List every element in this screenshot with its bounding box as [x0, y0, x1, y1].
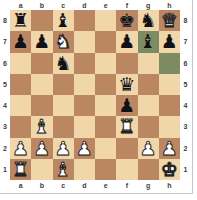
square-a7[interactable]: ♟ — [10, 31, 31, 52]
square-c1[interactable]: ♝ — [53, 159, 74, 180]
file-label-b: b — [31, 180, 52, 191]
square-f5[interactable]: ♛ — [116, 74, 137, 95]
piece-white-pawn[interactable]: ♟ — [76, 138, 93, 157]
square-d6[interactable] — [74, 53, 95, 74]
rank-label-4: 4 — [180, 95, 191, 116]
piece-white-rook[interactable]: ♜ — [12, 159, 29, 178]
file-label-h: h — [159, 0, 180, 10]
piece-white-pawn[interactable]: ♟ — [33, 138, 50, 157]
piece-black-king[interactable]: ♚ — [118, 11, 135, 30]
square-b4[interactable] — [31, 95, 52, 116]
square-e3[interactable] — [95, 116, 116, 137]
file-label-g: g — [138, 0, 159, 10]
square-e2[interactable] — [95, 138, 116, 159]
square-f1[interactable] — [116, 159, 137, 180]
rank-labels-left: 87654321 — [0, 10, 10, 180]
square-c2[interactable]: ♟ — [53, 138, 74, 159]
piece-white-queen[interactable]: ♛ — [161, 11, 178, 30]
square-f4[interactable]: ♟ — [116, 95, 137, 116]
square-c3[interactable] — [53, 116, 74, 137]
square-g3[interactable] — [138, 116, 159, 137]
rank-label-8: 8 — [0, 10, 10, 31]
file-label-e: e — [95, 180, 116, 191]
square-h6[interactable] — [159, 53, 180, 74]
square-f6[interactable] — [116, 53, 137, 74]
rank-label-2: 2 — [180, 138, 191, 159]
piece-white-pawn[interactable]: ♟ — [55, 138, 72, 157]
square-c7[interactable]: ♞ — [53, 31, 74, 52]
file-label-h: h — [159, 180, 180, 191]
rank-label-5: 5 — [0, 74, 10, 95]
rank-label-5: 5 — [180, 74, 191, 95]
square-b8[interactable] — [31, 10, 52, 31]
file-label-f: f — [116, 180, 137, 191]
square-h3[interactable] — [159, 116, 180, 137]
square-b5[interactable] — [31, 74, 52, 95]
file-label-c: c — [53, 0, 74, 10]
rank-label-3: 3 — [180, 116, 191, 137]
file-label-d: d — [74, 180, 95, 191]
piece-black-knight[interactable]: ♞ — [140, 11, 157, 30]
square-h1[interactable]: ♚ — [159, 159, 180, 180]
piece-black-queen[interactable]: ♛ — [118, 74, 135, 93]
piece-black-pawn[interactable]: ♟ — [118, 32, 135, 51]
square-a6[interactable] — [10, 53, 31, 74]
square-g8[interactable]: ♞ — [138, 10, 159, 31]
file-label-b: b — [31, 0, 52, 10]
piece-black-rook[interactable]: ♜ — [12, 11, 29, 30]
piece-black-pawn[interactable]: ♟ — [12, 32, 29, 51]
square-d5[interactable] — [74, 74, 95, 95]
piece-white-bishop[interactable]: ♝ — [55, 159, 72, 178]
file-label-e: e — [95, 0, 116, 10]
rank-label-2: 2 — [0, 138, 10, 159]
piece-white-pawn[interactable]: ♟ — [140, 138, 157, 157]
piece-black-pawn[interactable]: ♟ — [33, 32, 50, 51]
square-f2[interactable] — [116, 138, 137, 159]
square-c5[interactable] — [53, 74, 74, 95]
square-b2[interactable]: ♟ — [31, 138, 52, 159]
square-f8[interactable]: ♚ — [116, 10, 137, 31]
rank-label-7: 7 — [0, 31, 10, 52]
square-g7[interactable]: ♝ — [138, 31, 159, 52]
square-f7[interactable]: ♟ — [116, 31, 137, 52]
square-g2[interactable]: ♟ — [138, 138, 159, 159]
square-g6[interactable] — [138, 53, 159, 74]
square-h5[interactable] — [159, 74, 180, 95]
square-e5[interactable] — [95, 74, 116, 95]
square-b6[interactable] — [31, 53, 52, 74]
square-d7[interactable] — [74, 31, 95, 52]
square-e1[interactable] — [95, 159, 116, 180]
square-g5[interactable] — [138, 74, 159, 95]
square-a3[interactable] — [10, 116, 31, 137]
rank-label-1: 1 — [0, 159, 10, 180]
square-a8[interactable]: ♜ — [10, 10, 31, 31]
square-e4[interactable] — [95, 95, 116, 116]
square-a2[interactable]: ♟ — [10, 138, 31, 159]
square-c4[interactable] — [53, 95, 74, 116]
file-label-f: f — [116, 0, 137, 10]
square-e6[interactable] — [95, 53, 116, 74]
square-d4[interactable] — [74, 95, 95, 116]
file-label-d: d — [74, 0, 95, 10]
piece-white-king[interactable]: ♚ — [161, 159, 178, 178]
rank-label-7: 7 — [180, 31, 191, 52]
file-labels-bottom: abcdefgh — [10, 180, 180, 191]
piece-black-bishop[interactable]: ♝ — [55, 11, 72, 30]
square-f3[interactable]: ♜ — [116, 116, 137, 137]
square-h2[interactable]: ♟ — [159, 138, 180, 159]
piece-black-knight[interactable]: ♞ — [55, 53, 72, 72]
square-a5[interactable] — [10, 74, 31, 95]
piece-white-pawn[interactable]: ♟ — [12, 138, 29, 157]
rank-label-4: 4 — [0, 95, 10, 116]
square-h7[interactable]: ♟ — [159, 31, 180, 52]
square-h4[interactable] — [159, 95, 180, 116]
file-labels-top: abcdefgh — [10, 0, 180, 10]
rank-labels-right: 87654321 — [180, 10, 191, 180]
file-label-g: g — [138, 180, 159, 191]
piece-white-knight[interactable]: ♞ — [55, 32, 72, 51]
square-d2[interactable]: ♟ — [74, 138, 95, 159]
file-label-c: c — [53, 180, 74, 191]
file-label-a: a — [10, 180, 31, 191]
piece-white-bishop[interactable]: ♝ — [33, 117, 50, 136]
square-e8[interactable] — [95, 10, 116, 31]
piece-white-pawn[interactable]: ♟ — [161, 138, 178, 157]
piece-black-bishop[interactable]: ♝ — [140, 32, 157, 51]
rank-label-6: 6 — [0, 53, 10, 74]
square-c6[interactable]: ♞ — [53, 53, 74, 74]
panel-border-bottom — [0, 193, 193, 194]
rank-label-8: 8 — [180, 10, 191, 31]
square-g4[interactable] — [138, 95, 159, 116]
square-d1[interactable] — [74, 159, 95, 180]
square-b7[interactable]: ♟ — [31, 31, 52, 52]
chess-board: ♜♝♚♞♛♟♟♞♟♝♟♞♛♟♝♜♟♟♟♟♟♟♜♝♚ — [10, 10, 180, 180]
square-e7[interactable] — [95, 31, 116, 52]
rank-label-1: 1 — [180, 159, 191, 180]
chess-board-panel: abcdefgh abcdefgh 87654321 87654321 ♜♝♚♞… — [0, 0, 197, 200]
piece-black-pawn[interactable]: ♟ — [118, 96, 135, 115]
rank-label-6: 6 — [180, 53, 191, 74]
piece-white-rook[interactable]: ♜ — [118, 117, 135, 136]
square-d8[interactable] — [74, 10, 95, 31]
square-g1[interactable] — [138, 159, 159, 180]
square-b3[interactable]: ♝ — [31, 116, 52, 137]
file-label-a: a — [10, 0, 31, 10]
square-h8[interactable]: ♛ — [159, 10, 180, 31]
square-a4[interactable] — [10, 95, 31, 116]
piece-black-pawn[interactable]: ♟ — [161, 32, 178, 51]
square-a1[interactable]: ♜ — [10, 159, 31, 180]
square-d3[interactable] — [74, 116, 95, 137]
rank-label-3: 3 — [0, 116, 10, 137]
panel-border-right — [192, 0, 193, 194]
square-b1[interactable] — [31, 159, 52, 180]
square-c8[interactable]: ♝ — [53, 10, 74, 31]
